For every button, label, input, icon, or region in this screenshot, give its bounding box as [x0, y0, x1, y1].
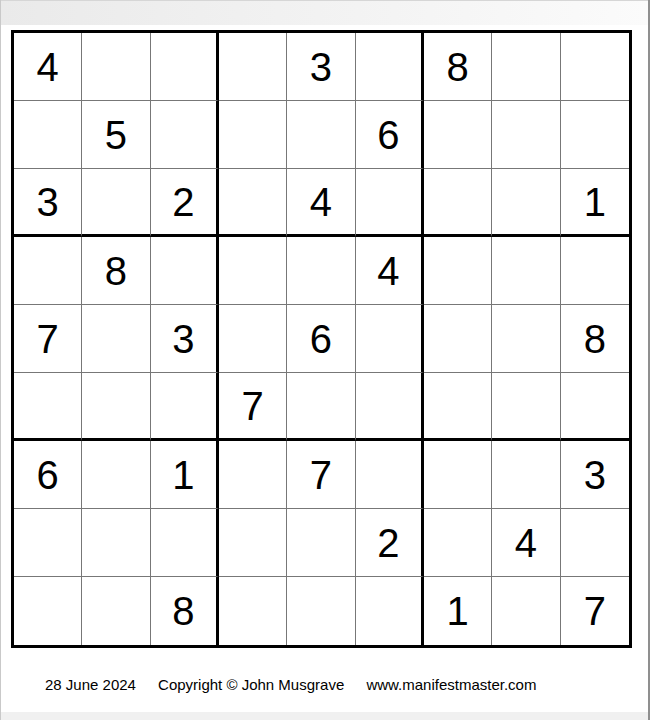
cell-r7c2[interactable]: [82, 441, 150, 509]
cell-r7c8[interactable]: [492, 441, 560, 509]
cell-r5c7[interactable]: [424, 305, 492, 373]
cell-r3c5[interactable]: 4: [287, 169, 355, 237]
cell-r6c5[interactable]: [287, 373, 355, 441]
cell-r8c3[interactable]: [151, 509, 219, 577]
sudoku-board: 4385632418473687617324817: [11, 30, 632, 648]
cell-r1c5[interactable]: 3: [287, 33, 355, 101]
cell-r2c4[interactable]: [219, 101, 287, 169]
cell-r3c2[interactable]: [82, 169, 150, 237]
cell-r1c7[interactable]: 8: [424, 33, 492, 101]
cell-r4c9[interactable]: [561, 237, 629, 305]
cell-r1c9[interactable]: [561, 33, 629, 101]
cell-r4c2[interactable]: 8: [82, 237, 150, 305]
cell-r2c9[interactable]: [561, 101, 629, 169]
cell-r6c7[interactable]: [424, 373, 492, 441]
cell-r3c6[interactable]: [356, 169, 424, 237]
cell-r5c5[interactable]: 6: [287, 305, 355, 373]
cell-r5c6[interactable]: [356, 305, 424, 373]
cell-r9c5[interactable]: [287, 577, 355, 645]
cell-r8c4[interactable]: [219, 509, 287, 577]
cell-r6c1[interactable]: [14, 373, 82, 441]
cell-r3c9[interactable]: 1: [561, 169, 629, 237]
cell-r3c3[interactable]: 2: [151, 169, 219, 237]
cell-r7c6[interactable]: [356, 441, 424, 509]
cell-r1c2[interactable]: [82, 33, 150, 101]
cell-r9c3[interactable]: 8: [151, 577, 219, 645]
cell-r9c9[interactable]: 7: [561, 577, 629, 645]
cell-r3c8[interactable]: [492, 169, 560, 237]
cell-r5c9[interactable]: 8: [561, 305, 629, 373]
cell-r1c1[interactable]: 4: [14, 33, 82, 101]
cell-r5c3[interactable]: 3: [151, 305, 219, 373]
cell-r3c4[interactable]: [219, 169, 287, 237]
cell-r6c4[interactable]: 7: [219, 373, 287, 441]
footer: 28 June 2024 Copyright © John Musgrave w…: [45, 676, 536, 696]
cell-r8c6[interactable]: 2: [356, 509, 424, 577]
cell-r2c2[interactable]: 5: [82, 101, 150, 169]
cell-r8c2[interactable]: [82, 509, 150, 577]
cell-r2c7[interactable]: [424, 101, 492, 169]
cell-r6c8[interactable]: [492, 373, 560, 441]
cell-r2c8[interactable]: [492, 101, 560, 169]
cell-r2c1[interactable]: [14, 101, 82, 169]
cell-r9c2[interactable]: [82, 577, 150, 645]
cell-r9c7[interactable]: 1: [424, 577, 492, 645]
cell-r8c7[interactable]: [424, 509, 492, 577]
cell-r2c6[interactable]: 6: [356, 101, 424, 169]
cell-r8c8[interactable]: 4: [492, 509, 560, 577]
cell-r5c2[interactable]: [82, 305, 150, 373]
cell-r8c9[interactable]: [561, 509, 629, 577]
cell-r7c1[interactable]: 6: [14, 441, 82, 509]
cell-r9c1[interactable]: [14, 577, 82, 645]
cell-r8c5[interactable]: [287, 509, 355, 577]
cell-r2c3[interactable]: [151, 101, 219, 169]
cell-r9c8[interactable]: [492, 577, 560, 645]
cell-r7c5[interactable]: 7: [287, 441, 355, 509]
cell-r3c7[interactable]: [424, 169, 492, 237]
cell-r7c4[interactable]: [219, 441, 287, 509]
cell-r7c3[interactable]: 1: [151, 441, 219, 509]
footer-date: 28 June 2024: [45, 676, 136, 693]
top-chrome-bar: [1, 0, 648, 25]
cell-r4c5[interactable]: [287, 237, 355, 305]
bottom-chrome-bar: [1, 712, 648, 720]
cell-r4c6[interactable]: 4: [356, 237, 424, 305]
cell-r8c1[interactable]: [14, 509, 82, 577]
cell-r4c7[interactable]: [424, 237, 492, 305]
cell-r9c4[interactable]: [219, 577, 287, 645]
cell-r5c1[interactable]: 7: [14, 305, 82, 373]
cell-r5c4[interactable]: [219, 305, 287, 373]
cell-r1c4[interactable]: [219, 33, 287, 101]
page: 4385632418473687617324817 28 June 2024 C…: [0, 0, 650, 720]
cell-r1c6[interactable]: [356, 33, 424, 101]
cell-r6c9[interactable]: [561, 373, 629, 441]
cell-r4c1[interactable]: [14, 237, 82, 305]
footer-copyright: Copyright © John Musgrave: [158, 676, 344, 693]
cell-r1c8[interactable]: [492, 33, 560, 101]
cell-r1c3[interactable]: [151, 33, 219, 101]
cell-r7c7[interactable]: [424, 441, 492, 509]
cell-r6c6[interactable]: [356, 373, 424, 441]
cell-r3c1[interactable]: 3: [14, 169, 82, 237]
cell-r4c4[interactable]: [219, 237, 287, 305]
cell-r9c6[interactable]: [356, 577, 424, 645]
cell-r2c5[interactable]: [287, 101, 355, 169]
cell-r4c3[interactable]: [151, 237, 219, 305]
cell-r6c2[interactable]: [82, 373, 150, 441]
cell-r5c8[interactable]: [492, 305, 560, 373]
footer-website: www.manifestmaster.com: [366, 676, 536, 693]
cell-r6c3[interactable]: [151, 373, 219, 441]
cell-r7c9[interactable]: 3: [561, 441, 629, 509]
cell-r4c8[interactable]: [492, 237, 560, 305]
